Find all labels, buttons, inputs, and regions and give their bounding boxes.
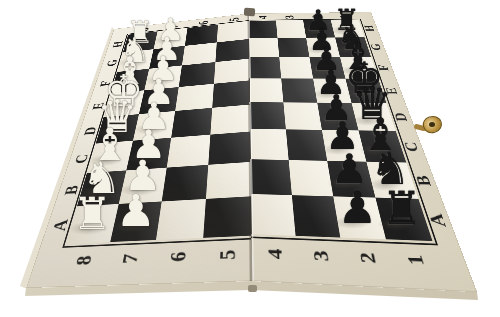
square-d7 [133, 111, 175, 141]
latch-knob [421, 113, 444, 135]
file-label-right-b: B [413, 175, 434, 186]
file-label-right-c: C [401, 141, 421, 151]
square-b6 [162, 165, 209, 202]
file-label-left-c: C [72, 153, 91, 163]
square-c3 [286, 129, 327, 160]
chessboard-grid [249, 20, 433, 241]
board-surface-right: HHGGFFEEDDCCBBAA8877665544332211 [249, 12, 478, 292]
file-label-right-a: A [425, 213, 449, 227]
rank-label-bottom-2: 2 [356, 252, 379, 264]
square-b3 [289, 160, 334, 196]
rank-label-top-4: 4 [256, 16, 268, 20]
rank-label-bottom-5: 5 [216, 249, 238, 260]
square-e7 [139, 87, 179, 114]
board-surface-left: HHGGFFEEDDCCBBAA8877665544332211 [26, 14, 252, 289]
file-label-right-e: E [383, 87, 400, 94]
file-label-right-d: D [391, 112, 409, 121]
square-e6 [175, 84, 214, 111]
square-e5 [212, 80, 250, 107]
square-e4 [250, 78, 284, 102]
file-label-right-h: H [362, 25, 376, 31]
file-label-left-e: E [90, 102, 106, 110]
square-e3 [281, 78, 317, 102]
rank-label-bottom-4: 4 [264, 248, 284, 259]
rank-label-top-3: 3 [283, 15, 295, 19]
file-label-left-a: A [50, 219, 72, 232]
square-a7 [110, 201, 162, 242]
square-a6 [156, 199, 206, 240]
file-label-right-g: G [368, 43, 383, 50]
square-g1 [335, 37, 371, 57]
rank-label-bottom-1: 1 [403, 254, 427, 266]
square-c7 [126, 138, 171, 171]
clasp-latch-icon [414, 113, 448, 139]
file-label-left-d: D [81, 126, 99, 136]
hinge-notch-bottom [248, 285, 257, 292]
square-a3 [292, 195, 340, 237]
board-left-half: HHGGFFEEDDCCBBAA8877665544332211 [26, 14, 252, 289]
square-b5 [206, 162, 251, 199]
square-c5 [208, 132, 251, 165]
latch-hole [429, 122, 435, 127]
square-a4 [251, 194, 295, 236]
square-g4 [249, 38, 279, 57]
square-c6 [167, 135, 211, 168]
file-label-left-g: G [104, 59, 119, 67]
chess-set-photo: HHGGFFEEDDCCBBAA8877665544332211 HHGGFFE… [0, 0, 500, 317]
square-f4 [250, 57, 282, 78]
rank-label-bottom-6: 6 [166, 251, 188, 262]
file-label-right-f: F [375, 65, 391, 71]
rank-label-top-1: 1 [337, 15, 350, 19]
square-b4 [251, 159, 292, 195]
square-h1 [331, 20, 365, 38]
square-b7 [119, 168, 167, 204]
rank-label-bottom-7: 7 [118, 253, 141, 264]
square-a5 [203, 196, 251, 238]
file-label-left-b: B [62, 185, 82, 196]
square-h2 [303, 20, 335, 38]
rank-label-bottom-8: 8 [72, 255, 95, 266]
rank-label-top-2: 2 [310, 15, 323, 19]
square-d5 [210, 105, 250, 135]
square-h3 [276, 20, 306, 38]
rank-label-bottom-3: 3 [310, 250, 332, 262]
hinge-notch-top [244, 8, 256, 17]
square-g3 [278, 38, 310, 57]
board-right-half: HHGGFFEEDDCCBBAA8877665544332211 [249, 12, 478, 292]
square-f3 [279, 57, 313, 79]
square-c4 [250, 129, 288, 160]
square-d3 [283, 102, 321, 129]
square-d6 [171, 108, 212, 138]
square-h4 [249, 21, 277, 39]
square-d4 [250, 102, 286, 129]
